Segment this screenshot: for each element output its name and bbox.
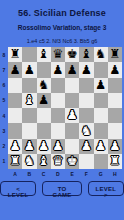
- square-h3[interactable]: [108, 123, 122, 138]
- black-knight-piece: ♞: [95, 48, 106, 61]
- square-e3[interactable]: [65, 123, 79, 138]
- white-rook-piece: ♜: [10, 155, 21, 168]
- file-label: E: [65, 169, 79, 178]
- white-pawn-piece: ♟: [52, 139, 63, 152]
- rank-label: 1: [0, 154, 8, 169]
- square-b5[interactable]: ♝: [22, 93, 36, 108]
- prev-level-button[interactable]: < LEVEL: [0, 181, 36, 196]
- square-c3[interactable]: [37, 123, 51, 138]
- black-rook-piece: ♜: [109, 48, 120, 61]
- page-title: 56. Sicilian Defense: [0, 8, 124, 18]
- black-pawn-piece: ♟: [95, 78, 106, 91]
- file-label: D: [51, 169, 65, 178]
- square-d5[interactable]: [51, 93, 65, 108]
- square-a6[interactable]: [8, 78, 22, 93]
- square-f6[interactable]: [79, 78, 93, 93]
- square-h6[interactable]: [108, 78, 122, 93]
- file-labels: ABCDEFGH: [8, 169, 122, 178]
- to-game-button[interactable]: TO GAME: [42, 181, 82, 196]
- chess-board: ♜♝♛♚♝♞♜♟♟♟♟♟♟♞♟♝♟♟♞♟♟♟♟♟♟♟♜♞♝♛♚♜: [8, 47, 122, 169]
- square-g4[interactable]: [94, 108, 108, 123]
- black-bishop-piece: ♝: [38, 48, 49, 61]
- file-label: A: [8, 169, 22, 178]
- square-f2[interactable]: ♟: [79, 139, 93, 154]
- rank-label: 4: [0, 108, 8, 123]
- rank-label: 2: [0, 139, 8, 154]
- square-a1[interactable]: ♜: [8, 154, 22, 169]
- white-bishop-piece: ♝: [24, 94, 35, 107]
- next-level-button[interactable]: LEVEL >: [88, 181, 124, 196]
- file-label: F: [79, 169, 93, 178]
- square-e8[interactable]: ♚: [65, 47, 79, 62]
- rank-label: 3: [0, 123, 8, 138]
- file-label: B: [22, 169, 36, 178]
- square-b2[interactable]: ♟: [22, 139, 36, 154]
- white-pawn-piece: ♟: [95, 139, 106, 152]
- black-bishop-piece: ♝: [81, 48, 92, 61]
- variation-subtitle: Rossolimo Variation, stage 3: [0, 24, 124, 31]
- square-b3[interactable]: [22, 123, 36, 138]
- square-b8[interactable]: [22, 47, 36, 62]
- black-knight-piece: ♞: [38, 78, 49, 91]
- square-g8[interactable]: ♞: [94, 47, 108, 62]
- black-queen-piece: ♛: [52, 48, 63, 61]
- black-rook-piece: ♜: [10, 48, 21, 61]
- move-list: 1.e4 c5 2. Nf3 Nc6 3. Bb5 g6: [0, 38, 124, 44]
- square-c8[interactable]: ♝: [37, 47, 51, 62]
- square-g5[interactable]: [94, 93, 108, 108]
- square-h1[interactable]: ♜: [108, 154, 122, 169]
- square-g3[interactable]: [94, 123, 108, 138]
- white-knight-piece: ♞: [81, 124, 92, 137]
- square-e4[interactable]: ♟: [65, 108, 79, 123]
- rank-labels: 87654321: [0, 47, 8, 169]
- rank-label: 7: [0, 62, 8, 77]
- white-pawn-piece: ♟: [109, 139, 120, 152]
- square-b4[interactable]: [22, 108, 36, 123]
- square-c1[interactable]: ♝: [37, 154, 51, 169]
- file-label: C: [37, 169, 51, 178]
- square-f7[interactable]: ♟: [79, 62, 93, 77]
- square-a3[interactable]: [8, 123, 22, 138]
- square-g1[interactable]: [94, 154, 108, 169]
- rank-label: 5: [0, 93, 8, 108]
- square-c7[interactable]: [37, 62, 51, 77]
- file-label: H: [108, 169, 122, 178]
- white-bishop-piece: ♝: [38, 155, 49, 168]
- square-c5[interactable]: ♟: [37, 93, 51, 108]
- square-d7[interactable]: ♟: [51, 62, 65, 77]
- square-h4[interactable]: [108, 108, 122, 123]
- square-b6[interactable]: [22, 78, 36, 93]
- square-a2[interactable]: ♟: [8, 139, 22, 154]
- square-e1[interactable]: ♚: [65, 154, 79, 169]
- black-pawn-piece: ♟: [38, 94, 49, 107]
- white-queen-piece: ♛: [52, 155, 63, 168]
- square-b7[interactable]: ♟: [22, 62, 36, 77]
- rank-label: 8: [0, 47, 8, 62]
- black-pawn-piece: ♟: [109, 63, 120, 76]
- file-label: G: [94, 169, 108, 178]
- square-f4[interactable]: [79, 108, 93, 123]
- square-h8[interactable]: ♜: [108, 47, 122, 62]
- white-pawn-piece: ♟: [24, 139, 35, 152]
- square-e5[interactable]: [65, 93, 79, 108]
- square-f3[interactable]: ♞: [79, 123, 93, 138]
- square-a8[interactable]: ♜: [8, 47, 22, 62]
- square-c2[interactable]: ♟: [37, 139, 51, 154]
- black-king-piece: ♚: [67, 48, 78, 61]
- square-d8[interactable]: ♛: [51, 47, 65, 62]
- square-e7[interactable]: ♟: [65, 62, 79, 77]
- square-a4[interactable]: [8, 108, 22, 123]
- square-g2[interactable]: ♟: [94, 139, 108, 154]
- white-knight-piece: ♞: [24, 155, 35, 168]
- black-pawn-piece: ♟: [24, 63, 35, 76]
- square-h5[interactable]: [108, 93, 122, 108]
- square-c4[interactable]: [37, 108, 51, 123]
- square-h7[interactable]: ♟: [108, 62, 122, 77]
- square-f1[interactable]: [79, 154, 93, 169]
- white-pawn-piece: ♟: [81, 139, 92, 152]
- square-d3[interactable]: [51, 123, 65, 138]
- square-d6[interactable]: [51, 78, 65, 93]
- square-e2[interactable]: [65, 139, 79, 154]
- white-rook-piece: ♜: [109, 155, 120, 168]
- white-pawn-piece: ♟: [38, 139, 49, 152]
- square-f5[interactable]: [79, 93, 93, 108]
- black-pawn-piece: ♟: [67, 63, 78, 76]
- black-pawn-piece: ♟: [10, 63, 21, 76]
- square-d2[interactable]: ♟: [51, 139, 65, 154]
- square-a7[interactable]: ♟: [8, 62, 22, 77]
- square-e6[interactable]: [65, 78, 79, 93]
- white-pawn-piece: ♟: [67, 109, 78, 122]
- square-g7[interactable]: [94, 62, 108, 77]
- white-pawn-piece: ♟: [10, 139, 21, 152]
- square-d4[interactable]: [51, 108, 65, 123]
- square-f8[interactable]: ♝: [79, 47, 93, 62]
- button-row: < LEVEL TO GAME LEVEL >: [0, 181, 124, 196]
- square-h2[interactable]: ♟: [108, 139, 122, 154]
- black-pawn-piece: ♟: [52, 63, 63, 76]
- square-a5[interactable]: [8, 93, 22, 108]
- square-b1[interactable]: ♞: [22, 154, 36, 169]
- square-d1[interactable]: ♛: [51, 154, 65, 169]
- rank-label: 6: [0, 78, 8, 93]
- black-pawn-piece: ♟: [81, 63, 92, 76]
- square-c6[interactable]: ♞: [37, 78, 51, 93]
- white-king-piece: ♚: [67, 155, 78, 168]
- square-g6[interactable]: ♟: [94, 78, 108, 93]
